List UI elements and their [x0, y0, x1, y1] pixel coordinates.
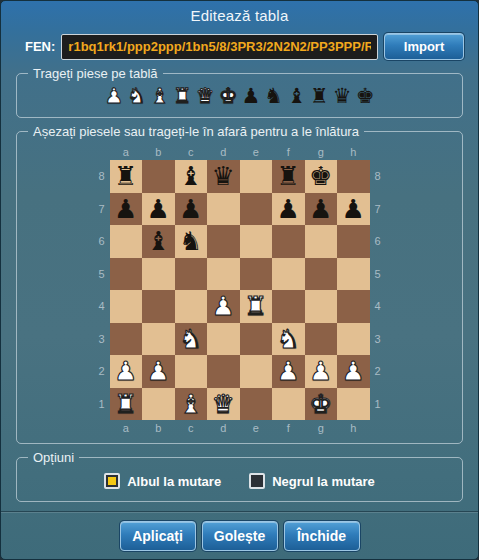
white-rook-piece[interactable]: ♜ [114, 391, 137, 417]
file-label: b [142, 146, 175, 158]
palette-fieldset: Trageți piese pe tablă ♟♞♝♜♛♚♟♞♝♜♛♚ [16, 66, 463, 118]
square-h4[interactable] [337, 290, 370, 323]
square-g2[interactable]: ♟ [305, 355, 338, 388]
fen-row: FEN: Import [15, 33, 464, 60]
black-to-move-checkbox[interactable] [249, 473, 265, 489]
square-a6[interactable] [110, 225, 143, 258]
square-g7[interactable]: ♟ [305, 193, 338, 226]
rank-label: 4 [94, 300, 110, 312]
file-label: c [175, 422, 208, 434]
white-pawn-piece[interactable]: ♟ [342, 358, 365, 384]
white-to-move-option[interactable]: Albul la mutare [104, 473, 221, 489]
square-a5[interactable] [110, 258, 143, 291]
square-e3[interactable] [240, 323, 273, 356]
rank-label: 3 [370, 333, 386, 345]
rank-label: 1 [94, 398, 110, 410]
square-b6[interactable]: ♝ [142, 225, 175, 258]
square-a1[interactable]: ♜ [110, 388, 143, 421]
square-c8[interactable]: ♝ [175, 160, 208, 193]
black-to-move-label: Negrul la mutare [272, 474, 375, 489]
file-label: a [110, 146, 143, 158]
square-g8[interactable]: ♚ [305, 160, 338, 193]
square-f1[interactable] [272, 388, 305, 421]
black-to-move-option[interactable]: Negrul la mutare [249, 473, 375, 489]
black-bishop-piece[interactable]: ♝ [147, 228, 170, 254]
fen-label: FEN: [25, 39, 55, 54]
rank-label: 6 [370, 235, 386, 247]
square-d8[interactable]: ♛ [207, 160, 240, 193]
title-bar: Editează tabla [1, 1, 478, 29]
ranks-right: 87654321 [370, 160, 386, 420]
square-e5[interactable] [240, 258, 273, 291]
black-rook-piece[interactable]: ♜ [114, 163, 137, 189]
board: ♜♝♛♜♚♟♟♟♟♟♟♝♞♟♜♞♞♟♟♟♟♟♜♝♛♚ [110, 160, 370, 420]
square-b7[interactable]: ♟ [142, 193, 175, 226]
file-label: a [110, 422, 143, 434]
white-pawn-piece[interactable]: ♟ [212, 293, 235, 319]
square-e7[interactable] [240, 193, 273, 226]
rank-label: 7 [370, 203, 386, 215]
options-fieldset: Opțiuni Albul la mutare Negrul la mutare [16, 450, 463, 502]
files-top: abcdefgh [110, 144, 370, 160]
file-label: e [240, 422, 273, 434]
square-b1[interactable] [142, 388, 175, 421]
square-a8[interactable]: ♜ [110, 160, 143, 193]
white-pawn-piece[interactable]: ♟ [309, 358, 332, 384]
white-knight-piece[interactable]: ♞ [179, 326, 202, 352]
palette-piece-white-queen[interactable]: ♛ [196, 86, 215, 107]
file-label: e [240, 146, 273, 158]
square-g3[interactable] [305, 323, 338, 356]
checkbox-fill [108, 477, 116, 485]
rank-label: 3 [94, 333, 110, 345]
rank-label: 6 [94, 235, 110, 247]
square-d2[interactable] [207, 355, 240, 388]
square-c3[interactable]: ♞ [175, 323, 208, 356]
square-e6[interactable] [240, 225, 273, 258]
clear-button[interactable]: Golește [202, 521, 278, 551]
ranks-left: 87654321 [94, 160, 110, 420]
white-king-piece[interactable]: ♚ [309, 391, 332, 417]
fen-input[interactable] [61, 34, 378, 60]
square-c5[interactable] [175, 258, 208, 291]
square-d1[interactable]: ♛ [207, 388, 240, 421]
black-pawn-piece[interactable]: ♟ [277, 196, 300, 222]
square-g5[interactable] [305, 258, 338, 291]
file-label: h [337, 422, 370, 434]
dialog-title: Editează tabla [191, 7, 289, 24]
black-pawn-piece[interactable]: ♟ [342, 196, 365, 222]
white-pawn-piece[interactable]: ♟ [147, 358, 170, 384]
options-legend: Opțiuni [28, 450, 79, 465]
square-c6[interactable]: ♞ [175, 225, 208, 258]
rank-label: 8 [370, 170, 386, 182]
file-label: h [337, 146, 370, 158]
rank-label: 2 [370, 365, 386, 377]
palette-piece-black-pawn[interactable]: ♟ [242, 86, 261, 107]
square-g6[interactable] [305, 225, 338, 258]
white-to-move-checkbox[interactable] [104, 473, 120, 489]
square-h1[interactable] [337, 388, 370, 421]
file-label: d [207, 422, 240, 434]
palette-piece-black-knight[interactable]: ♞ [264, 86, 283, 107]
square-d7[interactable] [207, 193, 240, 226]
file-label: f [272, 146, 305, 158]
rank-label: 8 [94, 170, 110, 182]
square-g1[interactable]: ♚ [305, 388, 338, 421]
palette-piece-white-rook[interactable]: ♜ [173, 86, 192, 107]
black-bishop-piece[interactable]: ♝ [179, 163, 202, 189]
options-row: Albul la mutare Negrul la mutare [25, 467, 454, 496]
square-b5[interactable] [142, 258, 175, 291]
white-bishop-piece[interactable]: ♝ [179, 391, 202, 417]
piece-palette: ♟♞♝♜♛♚♟♞♝♜♛♚ [25, 83, 454, 112]
square-f6[interactable] [272, 225, 305, 258]
file-label: b [142, 422, 175, 434]
square-g4[interactable] [305, 290, 338, 323]
white-knight-piece[interactable]: ♞ [277, 326, 300, 352]
black-pawn-piece[interactable]: ♟ [179, 196, 202, 222]
square-a2[interactable]: ♟ [110, 355, 143, 388]
square-h6[interactable] [337, 225, 370, 258]
white-to-move-label: Albul la mutare [127, 474, 221, 489]
black-pawn-piece[interactable]: ♟ [147, 196, 170, 222]
palette-piece-white-pawn[interactable]: ♟ [105, 86, 124, 107]
square-c1[interactable]: ♝ [175, 388, 208, 421]
palette-piece-white-knight[interactable]: ♞ [127, 86, 146, 107]
file-label: g [305, 146, 338, 158]
square-b2[interactable]: ♟ [142, 355, 175, 388]
files-bottom: abcdefgh [110, 420, 370, 436]
rank-label: 7 [94, 203, 110, 215]
palette-piece-white-bishop[interactable]: ♝ [150, 86, 169, 107]
black-king-piece[interactable]: ♚ [309, 163, 332, 189]
square-f5[interactable] [272, 258, 305, 291]
square-b3[interactable] [142, 323, 175, 356]
close-button[interactable]: Închide [284, 521, 360, 551]
square-f7[interactable]: ♟ [272, 193, 305, 226]
square-e1[interactable] [240, 388, 273, 421]
square-e4[interactable]: ♜ [240, 290, 273, 323]
square-d6[interactable] [207, 225, 240, 258]
palette-piece-white-king[interactable]: ♚ [219, 86, 238, 107]
square-h5[interactable] [337, 258, 370, 291]
square-f4[interactable] [272, 290, 305, 323]
footer: Aplicați Golește Închide [1, 511, 478, 551]
file-label: c [175, 146, 208, 158]
board-fieldset: Așezați piesele sau trageți-le în afară … [16, 124, 463, 444]
file-label: d [207, 146, 240, 158]
square-h2[interactable]: ♟ [337, 355, 370, 388]
file-label: f [272, 422, 305, 434]
white-pawn-piece[interactable]: ♟ [277, 358, 300, 384]
board-legend: Așezați piesele sau trageți-le în afară … [28, 124, 364, 139]
rank-label: 4 [370, 300, 386, 312]
palette-piece-black-queen[interactable]: ♛ [333, 86, 352, 107]
square-a4[interactable] [110, 290, 143, 323]
board-wrap: abcdefgh 87654321 ♜♝♛♜♚♟♟♟♟♟♟♝♞♟♜♞♞♟♟♟♟♟… [94, 144, 386, 436]
square-d4[interactable]: ♟ [207, 290, 240, 323]
square-e8[interactable] [240, 160, 273, 193]
square-f8[interactable]: ♜ [272, 160, 305, 193]
square-d3[interactable] [207, 323, 240, 356]
black-pawn-piece[interactable]: ♟ [114, 196, 137, 222]
white-rook-piece[interactable]: ♜ [244, 293, 267, 319]
square-c4[interactable] [175, 290, 208, 323]
square-c2[interactable] [175, 355, 208, 388]
square-f2[interactable]: ♟ [272, 355, 305, 388]
black-pawn-piece[interactable]: ♟ [309, 196, 332, 222]
rank-label: 5 [94, 268, 110, 280]
palette-legend: Trageți piese pe tablă [28, 66, 163, 81]
palette-piece-black-king[interactable]: ♚ [356, 86, 375, 107]
square-h8[interactable] [337, 160, 370, 193]
rank-label: 2 [94, 365, 110, 377]
square-a7[interactable]: ♟ [110, 193, 143, 226]
black-knight-piece[interactable]: ♞ [179, 228, 202, 254]
square-a3[interactable] [110, 323, 143, 356]
palette-piece-black-bishop[interactable]: ♝ [287, 86, 306, 107]
apply-button[interactable]: Aplicați [120, 521, 196, 551]
square-b8[interactable] [142, 160, 175, 193]
square-b4[interactable] [142, 290, 175, 323]
square-f3[interactable]: ♞ [272, 323, 305, 356]
black-rook-piece[interactable]: ♜ [277, 163, 300, 189]
square-h3[interactable] [337, 323, 370, 356]
board-editor-dialog: Editează tabla FEN: Import Trageți piese… [0, 0, 479, 560]
rank-label: 1 [370, 398, 386, 410]
square-c7[interactable]: ♟ [175, 193, 208, 226]
file-label: g [305, 422, 338, 434]
rank-label: 5 [370, 268, 386, 280]
square-d5[interactable] [207, 258, 240, 291]
white-pawn-piece[interactable]: ♟ [114, 358, 137, 384]
import-button[interactable]: Import [384, 33, 464, 60]
black-queen-piece[interactable]: ♛ [212, 163, 235, 189]
square-e2[interactable] [240, 355, 273, 388]
square-h7[interactable]: ♟ [337, 193, 370, 226]
white-queen-piece[interactable]: ♛ [212, 391, 235, 417]
palette-piece-black-rook[interactable]: ♜ [310, 86, 329, 107]
